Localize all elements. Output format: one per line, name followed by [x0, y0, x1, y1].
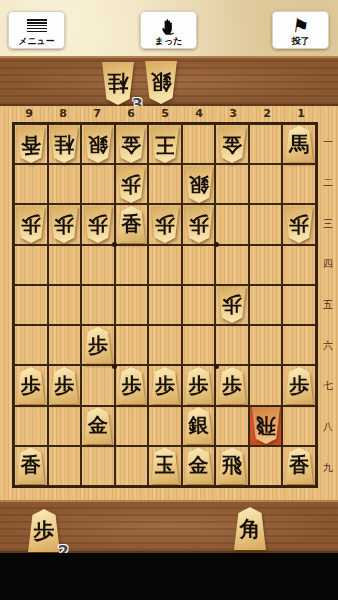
star-point — [214, 242, 219, 247]
square-8-2[interactable] — [48, 164, 82, 204]
square-4-2[interactable]: 銀 — [182, 164, 216, 204]
takeback-button-label: まった — [155, 36, 183, 47]
square-2-2[interactable] — [249, 164, 283, 204]
square-1-4[interactable] — [282, 245, 316, 285]
piece-face: 歩 — [16, 206, 46, 243]
square-6-4[interactable] — [115, 245, 149, 285]
piece-sente-fu: 歩 — [150, 367, 180, 404]
square-5-2[interactable] — [148, 164, 182, 204]
rank-coordinates: 一二三四五六七八九 — [318, 122, 338, 488]
piece-face: 金 — [116, 126, 146, 163]
square-9-2[interactable] — [14, 164, 48, 204]
piece-sente-fu: 歩 — [116, 367, 146, 404]
shogi-board: 香桂銀金王金馬歩銀歩歩歩香歩歩歩歩歩歩歩歩歩歩歩歩金銀飛香玉金飛香 — [12, 122, 318, 488]
square-1-5[interactable] — [282, 285, 316, 325]
square-5-9[interactable]: 玉 — [148, 446, 182, 486]
square-2-6[interactable] — [249, 325, 283, 365]
square-9-5[interactable] — [14, 285, 48, 325]
piece-gote-ou: 王 — [150, 126, 180, 163]
square-1-6[interactable] — [282, 325, 316, 365]
square-5-5[interactable] — [148, 285, 182, 325]
piece-face: 歩 — [150, 367, 180, 404]
piece-face: 歩 — [217, 367, 247, 404]
square-5-6[interactable] — [148, 325, 182, 365]
square-9-6[interactable] — [14, 325, 48, 365]
shogi-app-screen: メニュー まった ⚑ 投了 桂3銀 987654321 一二三四五六七八九 香桂… — [0, 0, 338, 600]
piece-face: 桂 — [101, 62, 135, 105]
square-2-5[interactable] — [249, 285, 283, 325]
square-3-7[interactable]: 歩 — [215, 365, 249, 405]
hand-icon — [159, 16, 179, 36]
piece-sente-fu: 歩 — [49, 367, 79, 404]
piece-sente-hi: 飛 — [217, 447, 247, 484]
square-7-7[interactable] — [81, 365, 115, 405]
square-1-3[interactable]: 歩 — [282, 204, 316, 244]
rank-label-8: 八 — [318, 407, 338, 448]
menu-button-label: メニュー — [18, 36, 55, 47]
piece-face: 歩 — [116, 166, 146, 203]
square-1-9[interactable]: 香 — [282, 446, 316, 486]
square-1-1[interactable]: 馬 — [282, 124, 316, 164]
piece-face: 金 — [184, 447, 214, 484]
file-label-9: 9 — [12, 107, 46, 121]
square-4-6[interactable] — [182, 325, 216, 365]
file-label-7: 7 — [80, 107, 114, 121]
piece-face: 歩 — [49, 367, 79, 404]
square-9-3[interactable]: 歩 — [14, 204, 48, 244]
piece-sente-fu: 歩 — [16, 367, 46, 404]
menu-list-icon — [27, 19, 47, 34]
square-6-9[interactable] — [115, 446, 149, 486]
piece-gote-fu: 歩 — [184, 206, 214, 243]
piece-gote-kin: 金 — [217, 126, 247, 163]
piece-face: 玉 — [150, 447, 180, 484]
square-6-5[interactable] — [115, 285, 149, 325]
square-1-7[interactable]: 歩 — [282, 365, 316, 405]
square-5-7[interactable]: 歩 — [148, 365, 182, 405]
piece-face: 歩 — [116, 367, 146, 404]
square-5-8[interactable] — [148, 406, 182, 446]
square-3-3[interactable] — [215, 204, 249, 244]
piece-gote-gin: 銀 — [184, 166, 214, 203]
piece-sente-gyoku: 玉 — [150, 447, 180, 484]
bottom-black-bar — [0, 553, 338, 600]
square-7-3[interactable]: 歩 — [81, 204, 115, 244]
piece-gote-hi: 飛 — [251, 407, 281, 444]
square-3-1[interactable]: 金 — [215, 124, 249, 164]
square-4-5[interactable] — [182, 285, 216, 325]
piece-face: 金 — [217, 126, 247, 163]
square-7-4[interactable] — [81, 245, 115, 285]
piece-face: 銀 — [184, 407, 214, 444]
piece-face: 馬 — [284, 126, 314, 163]
piece-sente-gin: 銀 — [184, 407, 214, 444]
square-8-3[interactable]: 歩 — [48, 204, 82, 244]
piece-gote-kyo: 香 — [16, 126, 46, 163]
piece-face: 角 — [233, 507, 267, 550]
square-5-1[interactable]: 王 — [148, 124, 182, 164]
piece-gote-fu: 歩 — [49, 206, 79, 243]
piece-face: 飛 — [217, 447, 247, 484]
rank-label-5: 五 — [318, 285, 338, 326]
file-label-3: 3 — [216, 107, 250, 121]
piece-face: 金 — [83, 407, 113, 444]
square-8-9[interactable] — [48, 446, 82, 486]
piece-face: 桂 — [49, 126, 79, 163]
square-6-8[interactable] — [115, 406, 149, 446]
star-point — [214, 364, 219, 369]
square-3-5[interactable]: 歩 — [215, 285, 249, 325]
sente-hand-tray: 歩2角 — [0, 500, 338, 553]
menu-button[interactable]: メニュー — [8, 11, 65, 49]
star-point — [112, 242, 117, 247]
piece-face: 香 — [16, 447, 46, 484]
file-label-8: 8 — [46, 107, 80, 121]
square-4-9[interactable]: 金 — [182, 446, 216, 486]
piece-gote-fu: 歩 — [16, 206, 46, 243]
square-8-7[interactable]: 歩 — [48, 365, 82, 405]
square-3-8[interactable] — [215, 406, 249, 446]
square-4-7[interactable]: 歩 — [182, 365, 216, 405]
piece-face: 歩 — [284, 367, 314, 404]
piece-face: 歩 — [16, 367, 46, 404]
file-label-6: 6 — [114, 107, 148, 121]
rank-label-6: 六 — [318, 325, 338, 366]
square-7-6[interactable]: 歩 — [81, 325, 115, 365]
piece-gote-fu: 歩 — [217, 286, 247, 323]
hand-piece-sente-kaku[interactable]: 角 — [233, 507, 267, 550]
square-8-5[interactable] — [48, 285, 82, 325]
square-7-9[interactable] — [81, 446, 115, 486]
piece-face: 銀 — [184, 166, 214, 203]
piece-face: 歩 — [27, 509, 61, 552]
square-5-3[interactable]: 歩 — [148, 204, 182, 244]
rank-label-7: 七 — [318, 366, 338, 407]
piece-sente-uma: 馬 — [284, 126, 314, 163]
square-2-1[interactable] — [249, 124, 283, 164]
resign-button[interactable]: ⚑ 投了 — [272, 11, 329, 49]
square-4-4[interactable] — [182, 245, 216, 285]
piece-face: 銀 — [83, 126, 113, 163]
board-panel: 987654321 一二三四五六七八九 香桂銀金王金馬歩銀歩歩歩香歩歩歩歩歩歩歩… — [0, 106, 338, 500]
rank-label-4: 四 — [318, 244, 338, 285]
piece-face: 歩 — [49, 206, 79, 243]
piece-face: 香 — [16, 126, 46, 163]
square-6-1[interactable]: 金 — [115, 124, 149, 164]
file-coordinates: 987654321 — [12, 107, 318, 121]
piece-gote-fu: 歩 — [116, 166, 146, 203]
square-8-1[interactable]: 桂 — [48, 124, 82, 164]
square-4-1[interactable] — [182, 124, 216, 164]
square-6-3[interactable]: 香 — [115, 204, 149, 244]
piece-gote-fu: 歩 — [150, 206, 180, 243]
file-label-4: 4 — [182, 107, 216, 121]
rank-label-1: 一 — [318, 122, 338, 163]
square-2-9[interactable] — [249, 446, 283, 486]
square-1-8[interactable] — [282, 406, 316, 446]
square-7-8[interactable]: 金 — [81, 406, 115, 446]
rank-label-9: 九 — [318, 447, 338, 488]
square-7-2[interactable] — [81, 164, 115, 204]
square-8-4[interactable] — [48, 245, 82, 285]
piece-gote-fu: 歩 — [83, 206, 113, 243]
square-9-4[interactable] — [14, 245, 48, 285]
piece-face: 飛 — [251, 407, 281, 444]
piece-face: 香 — [284, 447, 314, 484]
square-2-7[interactable] — [249, 365, 283, 405]
hand-piece-gote-gin[interactable]: 銀 — [144, 61, 178, 104]
square-3-4[interactable] — [215, 245, 249, 285]
piece-sente-kyo: 香 — [116, 206, 146, 243]
piece-face: 歩 — [83, 206, 113, 243]
square-5-4[interactable] — [148, 245, 182, 285]
square-3-9[interactable]: 飛 — [215, 446, 249, 486]
piece-face: 銀 — [144, 61, 178, 104]
piece-face: 王 — [150, 126, 180, 163]
square-6-7[interactable]: 歩 — [115, 365, 149, 405]
flag-icon: ⚑ — [291, 16, 311, 37]
square-1-2[interactable] — [282, 164, 316, 204]
square-9-8[interactable] — [14, 406, 48, 446]
piece-sente-kyo: 香 — [16, 447, 46, 484]
square-9-1[interactable]: 香 — [14, 124, 48, 164]
square-8-6[interactable] — [48, 325, 82, 365]
square-2-3[interactable] — [249, 204, 283, 244]
hand-piece-gote-kei[interactable]: 桂3 — [101, 62, 135, 105]
piece-sente-fu: 歩 — [184, 367, 214, 404]
piece-face: 香 — [116, 206, 146, 243]
square-2-8[interactable]: 飛 — [249, 406, 283, 446]
square-6-2[interactable]: 歩 — [115, 164, 149, 204]
square-3-2[interactable] — [215, 164, 249, 204]
rank-label-2: 二 — [318, 163, 338, 204]
piece-face: 歩 — [217, 286, 247, 323]
square-4-8[interactable]: 銀 — [182, 406, 216, 446]
square-9-9[interactable]: 香 — [14, 446, 48, 486]
piece-face: 歩 — [184, 206, 214, 243]
piece-gote-gin: 銀 — [83, 126, 113, 163]
piece-sente-fu: 歩 — [83, 327, 113, 364]
piece-face: 歩 — [83, 327, 113, 364]
file-label-5: 5 — [148, 107, 182, 121]
square-4-3[interactable]: 歩 — [182, 204, 216, 244]
piece-gote-kei: 桂 — [49, 126, 79, 163]
square-2-4[interactable] — [249, 245, 283, 285]
piece-gote-kin: 金 — [116, 126, 146, 163]
gote-hand-tray: 桂3銀 — [0, 56, 338, 106]
piece-sente-kin: 金 — [83, 407, 113, 444]
takeback-button[interactable]: まった — [140, 11, 197, 49]
file-label-1: 1 — [284, 107, 318, 121]
piece-sente-fu: 歩 — [284, 367, 314, 404]
hand-piece-sente-fu[interactable]: 歩2 — [27, 509, 61, 552]
square-9-7[interactable]: 歩 — [14, 365, 48, 405]
square-7-1[interactable]: 銀 — [81, 124, 115, 164]
rank-label-3: 三 — [318, 203, 338, 244]
file-label-2: 2 — [250, 107, 284, 121]
square-7-5[interactable] — [81, 285, 115, 325]
star-point — [112, 364, 117, 369]
piece-sente-kyo: 香 — [284, 447, 314, 484]
piece-face: 歩 — [284, 206, 314, 243]
square-8-8[interactable] — [48, 406, 82, 446]
piece-face: 歩 — [150, 206, 180, 243]
piece-gote-fu: 歩 — [284, 206, 314, 243]
piece-sente-fu: 歩 — [217, 367, 247, 404]
square-6-6[interactable] — [115, 325, 149, 365]
piece-sente-kin: 金 — [184, 447, 214, 484]
square-3-6[interactable] — [215, 325, 249, 365]
piece-face: 歩 — [184, 367, 214, 404]
